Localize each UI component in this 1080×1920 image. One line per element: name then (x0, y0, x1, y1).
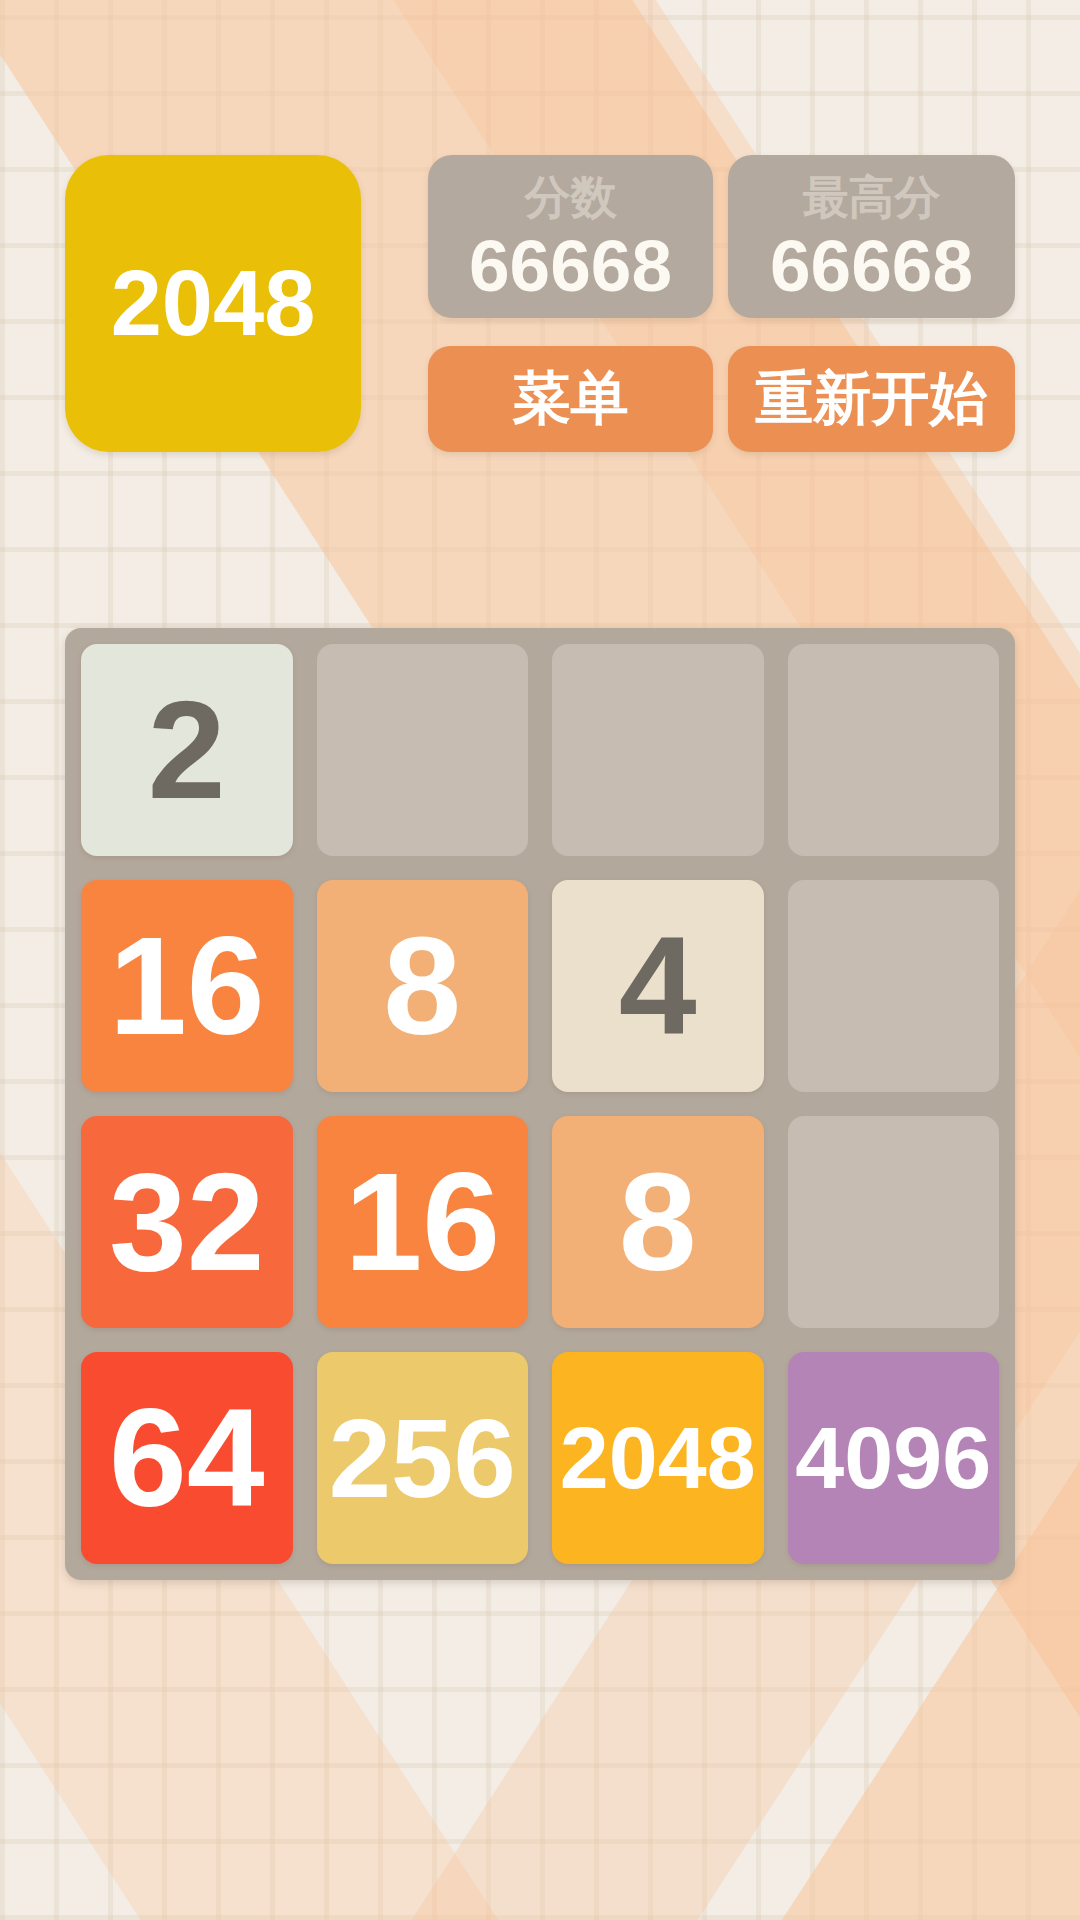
cell-r3-c3: 8 (552, 1116, 764, 1328)
cell-r3-c4 (788, 1116, 1000, 1328)
menu-button[interactable]: 菜单 (428, 346, 713, 452)
cell-r4-c4: 4096 (788, 1352, 1000, 1564)
cell-r4-c2: 256 (317, 1352, 529, 1564)
best-score-label: 最高分 (803, 168, 941, 226)
cell-r4-c1: 64 (81, 1352, 293, 1564)
score-value: 66668 (469, 226, 672, 306)
app-logo-text: 2048 (111, 251, 316, 356)
cell-r1-c1: 2 (81, 644, 293, 856)
best-score-panel: 最高分 66668 (728, 155, 1015, 318)
cell-r1-c4 (788, 644, 1000, 856)
best-score-value: 66668 (770, 226, 973, 306)
game-board[interactable]: 2 16 8 4 32 16 8 64 256 2048 4096 (65, 628, 1015, 1580)
cell-r2-c4 (788, 880, 1000, 1092)
score-label: 分数 (525, 168, 617, 226)
cell-r2-c3: 4 (552, 880, 764, 1092)
restart-button[interactable]: 重新开始 (728, 346, 1015, 452)
cell-r1-c3 (552, 644, 764, 856)
game-screen: 2048 分数 66668 最高分 66668 菜单 重新开始 2 16 8 4… (0, 0, 1080, 1920)
app-logo-tile: 2048 (65, 155, 361, 452)
score-panel: 分数 66668 (428, 155, 713, 318)
cell-r2-c2: 8 (317, 880, 529, 1092)
cell-r3-c2: 16 (317, 1116, 529, 1328)
cell-r2-c1: 16 (81, 880, 293, 1092)
cell-r1-c2 (317, 644, 529, 856)
cell-r4-c3: 2048 (552, 1352, 764, 1564)
cell-r3-c1: 32 (81, 1116, 293, 1328)
